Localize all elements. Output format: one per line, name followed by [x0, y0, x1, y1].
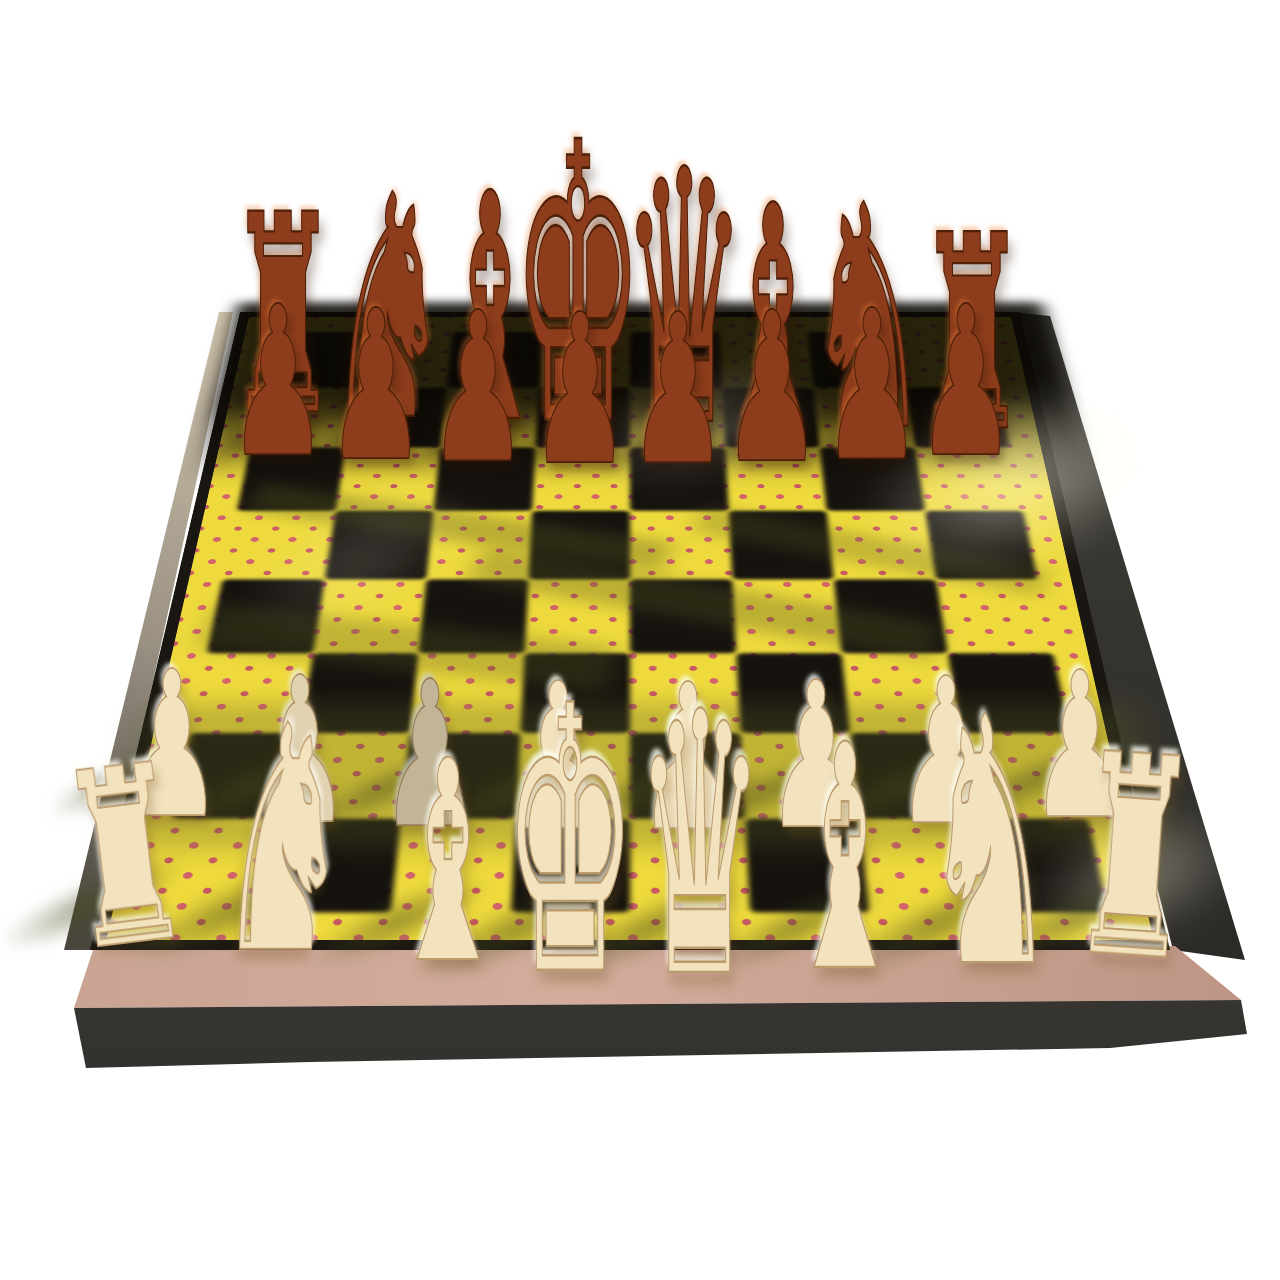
piece-white-king-d1[interactable]: ♚	[503, 658, 637, 1026]
piece-white-knight-b1[interactable]: ♞	[215, 687, 351, 999]
piece-white-queen-e1[interactable]: ♛	[635, 664, 765, 1027]
piece-white-bishop-c1[interactable]: ♝	[389, 724, 507, 1001]
square-d5[interactable]	[528, 511, 630, 579]
square-f5[interactable]	[728, 511, 834, 579]
square-g5[interactable]	[827, 511, 936, 579]
product-photo-chess-set: ♜♞♝♚♛♝♞♜♟♟♟♟♟♟♟♟♟♟♟♟♟♟♟♟♜♞♝♚♛♝♞♜	[0, 0, 1280, 1280]
piece-white-rook-h1[interactable]: ♜	[1065, 717, 1205, 1002]
square-b5[interactable]	[324, 511, 433, 579]
square-a5[interactable]	[222, 511, 335, 579]
piece-black-pawn-h7[interactable]: ♟	[916, 278, 1016, 485]
piece-white-knight-g1[interactable]: ♞	[922, 674, 1058, 1016]
square-c5[interactable]	[426, 511, 532, 579]
square-e5[interactable]	[630, 511, 732, 579]
piece-black-pawn-d7[interactable]: ♟	[530, 286, 630, 493]
piece-white-bishop-f1[interactable]: ♝	[786, 704, 904, 1014]
piece-black-pawn-e7[interactable]: ♟	[628, 286, 728, 493]
piece-black-pawn-a7[interactable]: ♟	[228, 278, 328, 485]
piece-black-pawn-c7[interactable]: ♟	[428, 284, 528, 491]
piece-black-pawn-g7[interactable]: ♟	[822, 282, 922, 489]
piece-black-pawn-b7[interactable]: ♟	[326, 282, 426, 489]
piece-black-pawn-f7[interactable]: ♟	[722, 284, 822, 491]
square-h5[interactable]	[925, 511, 1038, 579]
